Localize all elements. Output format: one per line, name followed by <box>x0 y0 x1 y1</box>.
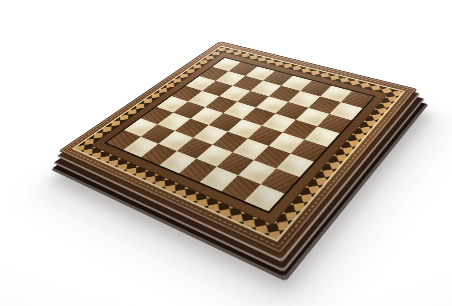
board-perspective-wrapper <box>0 0 452 306</box>
product-photo-scene <box>0 0 452 306</box>
playing-field <box>106 58 373 211</box>
